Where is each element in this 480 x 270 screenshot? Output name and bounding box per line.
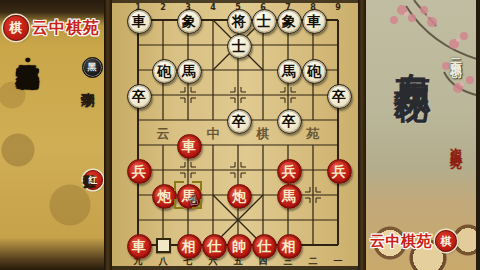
piece-black-卒[interactable]: 卒 [327,84,352,109]
episode-title: 布局探秘 [394,44,430,212]
piece-red-仕[interactable]: 仕 [252,234,277,259]
xiangqi-board[interactable]: 123456789 九八七六五四三二一 云中棋苑 車象将士象車士砲馬馬砲卒卒卒卒… [112,0,358,270]
piece-black-砲[interactable]: 砲 [302,59,327,84]
black-side-seal-icon: 黑 [82,57,103,78]
piece-black-卒[interactable]: 卒 [277,109,302,134]
piece-black-馬[interactable]: 馬 [277,59,302,84]
piece-red-炮[interactable]: 炮 [152,184,177,209]
piece-red-馬[interactable]: 馬 [277,184,302,209]
piece-black-馬[interactable]: 馬 [177,59,202,84]
piece-red-仕[interactable]: 仕 [202,234,227,259]
file-label-top: 4 [206,3,220,12]
piece-black-卒[interactable]: 卒 [227,109,252,134]
original-content-label: 云中原创 [450,48,462,60]
footer-seal-icon: 棋 [435,230,457,252]
piece-black-砲[interactable]: 砲 [152,59,177,84]
piece-red-兵[interactable]: 兵 [127,159,152,184]
app-screen: 棋 云中棋苑 梅花心法・雷公炮威 黑 张学潮 孙勇征 红 123456789 九… [0,0,480,270]
river-text-char: 云 [154,125,172,143]
series-title: 梅花心法・雷公炮威 [17,47,40,259]
brand-name: 云中棋苑 [32,18,100,39]
right-edge-strip [476,0,480,270]
piece-red-相[interactable]: 相 [277,234,302,259]
piece-red-兵[interactable]: 兵 [327,159,352,184]
right-panel: 布局探秘 云中原创 盗版必究 云中棋苑 棋 [366,0,480,270]
piece-black-士[interactable]: 士 [227,34,252,59]
piece-red-兵[interactable]: 兵 [277,159,302,184]
anti-piracy-label: 盗版必究 [450,138,462,150]
file-label-bottom: 二 [306,255,320,268]
piece-black-車[interactable]: 車 [127,9,152,34]
brand-seal-icon: 棋 [3,15,29,41]
piece-black-卒[interactable]: 卒 [127,84,152,109]
footer-brand-name: 云中棋苑 [370,232,432,251]
black-player-block: 黑 张学潮 [81,57,103,82]
piece-red-帥[interactable]: 帥 [227,234,252,259]
piece-black-象[interactable]: 象 [277,9,302,34]
river-text-char: 苑 [304,125,322,143]
river-text-char: 棋 [254,125,272,143]
piece-black-車[interactable]: 車 [302,9,327,34]
piece-red-車[interactable]: 車 [177,134,202,159]
left-panel: 棋 云中棋苑 梅花心法・雷公炮威 黑 张学潮 孙勇征 红 [0,0,104,270]
left-divider [104,0,112,270]
footer-brand: 云中棋苑 棋 [370,230,457,252]
piece-black-象[interactable]: 象 [177,9,202,34]
piece-black-士[interactable]: 士 [252,9,277,34]
file-label-top: 2 [156,3,170,12]
right-divider [358,0,366,270]
file-label-top: 9 [331,3,345,12]
file-label-bottom: 八 [156,255,170,268]
piece-black-将[interactable]: 将 [227,9,252,34]
piece-red-炮[interactable]: 炮 [227,184,252,209]
piece-red-相[interactable]: 相 [177,234,202,259]
last-move-origin-marker [156,238,171,253]
red-side-seal-icon: 红 [83,170,103,190]
piece-red-車[interactable]: 車 [127,234,152,259]
red-player-block: 孙勇征 红 [83,161,103,190]
file-label-bottom: 一 [331,255,345,268]
brand-logo: 棋 云中棋苑 [3,15,100,41]
river-text-char: 中 [204,125,222,143]
